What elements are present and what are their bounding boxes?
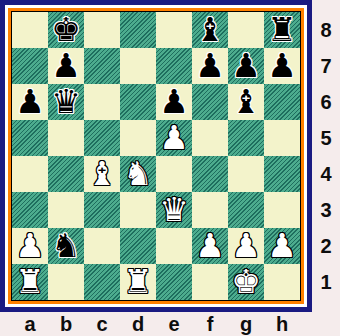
square-d7[interactable] bbox=[120, 48, 156, 84]
square-b5[interactable] bbox=[48, 120, 84, 156]
piece-white-knight-d4[interactable]: ♞ bbox=[123, 156, 153, 192]
piece-white-pawn-h2[interactable]: ♟ bbox=[267, 228, 297, 264]
piece-black-knight-b2[interactable]: ♞ bbox=[51, 228, 81, 264]
square-h8[interactable]: ♜ bbox=[264, 12, 300, 48]
square-f6[interactable] bbox=[192, 84, 228, 120]
piece-white-queen-e3[interactable]: ♛ bbox=[159, 192, 189, 228]
rank-coordinates: 87654321 bbox=[312, 12, 340, 300]
square-d5[interactable] bbox=[120, 120, 156, 156]
square-g5[interactable] bbox=[228, 120, 264, 156]
square-d4[interactable]: ♞ bbox=[120, 156, 156, 192]
square-a8[interactable] bbox=[12, 12, 48, 48]
square-c6[interactable] bbox=[84, 84, 120, 120]
square-g3[interactable] bbox=[228, 192, 264, 228]
piece-white-pawn-g2[interactable]: ♟ bbox=[231, 228, 261, 264]
square-a5[interactable] bbox=[12, 120, 48, 156]
chess-app-window: ♚♝♜♟♟♟♟♟♛♟♝♟♝♞♛♟♞♟♟♟♜♜♚ 87654321 abcdefg… bbox=[0, 0, 340, 336]
piece-black-bishop-g6[interactable]: ♝ bbox=[231, 84, 261, 120]
square-b2[interactable]: ♞ bbox=[48, 228, 84, 264]
board-frame-hairline: ♚♝♜♟♟♟♟♟♛♟♝♟♝♞♛♟♞♟♟♟♜♜♚ bbox=[11, 11, 301, 301]
board-frame-white: ♚♝♜♟♟♟♟♟♛♟♝♟♝♞♛♟♞♟♟♟♜♜♚ bbox=[5, 5, 307, 307]
piece-white-pawn-a2[interactable]: ♟ bbox=[15, 228, 45, 264]
piece-black-rook-h8[interactable]: ♜ bbox=[267, 12, 297, 48]
square-g6[interactable]: ♝ bbox=[228, 84, 264, 120]
file-label-c: c bbox=[84, 312, 120, 336]
square-b4[interactable] bbox=[48, 156, 84, 192]
rank-label-1: 1 bbox=[312, 264, 340, 300]
square-e7[interactable] bbox=[156, 48, 192, 84]
square-d8[interactable] bbox=[120, 12, 156, 48]
rank-label-4: 4 bbox=[312, 156, 340, 192]
file-coordinates: abcdefgh bbox=[12, 312, 300, 336]
square-c4[interactable]: ♝ bbox=[84, 156, 120, 192]
square-d6[interactable] bbox=[120, 84, 156, 120]
square-e8[interactable] bbox=[156, 12, 192, 48]
square-e6[interactable]: ♟ bbox=[156, 84, 192, 120]
square-d1[interactable]: ♜ bbox=[120, 264, 156, 300]
file-label-a: a bbox=[12, 312, 48, 336]
piece-white-pawn-e5[interactable]: ♟ bbox=[159, 120, 189, 156]
piece-white-king-g1[interactable]: ♚ bbox=[231, 264, 261, 300]
piece-black-queen-b6[interactable]: ♛ bbox=[51, 84, 81, 120]
square-c7[interactable] bbox=[84, 48, 120, 84]
square-f2[interactable]: ♟ bbox=[192, 228, 228, 264]
square-d3[interactable] bbox=[120, 192, 156, 228]
file-label-f: f bbox=[192, 312, 228, 336]
rank-label-2: 2 bbox=[312, 228, 340, 264]
square-h7[interactable]: ♟ bbox=[264, 48, 300, 84]
square-f7[interactable]: ♟ bbox=[192, 48, 228, 84]
square-g8[interactable] bbox=[228, 12, 264, 48]
square-g2[interactable]: ♟ bbox=[228, 228, 264, 264]
piece-black-pawn-b7[interactable]: ♟ bbox=[51, 48, 81, 84]
square-a1[interactable]: ♜ bbox=[12, 264, 48, 300]
file-label-d: d bbox=[120, 312, 156, 336]
piece-black-pawn-h7[interactable]: ♟ bbox=[267, 48, 297, 84]
square-e5[interactable]: ♟ bbox=[156, 120, 192, 156]
square-h2[interactable]: ♟ bbox=[264, 228, 300, 264]
square-h3[interactable] bbox=[264, 192, 300, 228]
square-b6[interactable]: ♛ bbox=[48, 84, 84, 120]
square-h4[interactable] bbox=[264, 156, 300, 192]
square-b3[interactable] bbox=[48, 192, 84, 228]
square-a7[interactable] bbox=[12, 48, 48, 84]
piece-white-rook-a1[interactable]: ♜ bbox=[15, 264, 45, 300]
chess-board: ♚♝♜♟♟♟♟♟♛♟♝♟♝♞♛♟♞♟♟♟♜♜♚ bbox=[12, 12, 300, 300]
rank-label-5: 5 bbox=[312, 120, 340, 156]
square-f5[interactable] bbox=[192, 120, 228, 156]
piece-black-pawn-g7[interactable]: ♟ bbox=[231, 48, 261, 84]
square-f1[interactable] bbox=[192, 264, 228, 300]
piece-black-pawn-e6[interactable]: ♟ bbox=[159, 84, 189, 120]
square-c5[interactable] bbox=[84, 120, 120, 156]
square-h5[interactable] bbox=[264, 120, 300, 156]
square-b8[interactable]: ♚ bbox=[48, 12, 84, 48]
square-c3[interactable] bbox=[84, 192, 120, 228]
square-e3[interactable]: ♛ bbox=[156, 192, 192, 228]
square-h6[interactable] bbox=[264, 84, 300, 120]
piece-white-pawn-f2[interactable]: ♟ bbox=[195, 228, 225, 264]
square-a3[interactable] bbox=[12, 192, 48, 228]
piece-black-pawn-a6[interactable]: ♟ bbox=[15, 84, 45, 120]
file-label-g: g bbox=[228, 312, 264, 336]
square-a2[interactable]: ♟ bbox=[12, 228, 48, 264]
square-h1[interactable] bbox=[264, 264, 300, 300]
square-a6[interactable]: ♟ bbox=[12, 84, 48, 120]
piece-black-bishop-f8[interactable]: ♝ bbox=[195, 12, 225, 48]
file-label-h: h bbox=[264, 312, 300, 336]
square-e1[interactable] bbox=[156, 264, 192, 300]
square-c8[interactable] bbox=[84, 12, 120, 48]
square-f3[interactable] bbox=[192, 192, 228, 228]
square-e2[interactable] bbox=[156, 228, 192, 264]
square-a4[interactable] bbox=[12, 156, 48, 192]
square-c2[interactable] bbox=[84, 228, 120, 264]
piece-black-pawn-f7[interactable]: ♟ bbox=[195, 48, 225, 84]
square-g4[interactable] bbox=[228, 156, 264, 192]
file-label-e: e bbox=[156, 312, 192, 336]
rank-label-7: 7 bbox=[312, 48, 340, 84]
board-frame-outer: ♚♝♜♟♟♟♟♟♛♟♝♟♝♞♛♟♞♟♟♟♜♜♚ bbox=[0, 0, 312, 312]
square-c1[interactable] bbox=[84, 264, 120, 300]
square-f8[interactable]: ♝ bbox=[192, 12, 228, 48]
square-f4[interactable] bbox=[192, 156, 228, 192]
square-g7[interactable]: ♟ bbox=[228, 48, 264, 84]
piece-white-rook-d1[interactable]: ♜ bbox=[123, 264, 153, 300]
square-d2[interactable] bbox=[120, 228, 156, 264]
piece-white-bishop-c4[interactable]: ♝ bbox=[87, 156, 117, 192]
rank-label-3: 3 bbox=[312, 192, 340, 228]
square-b1[interactable] bbox=[48, 264, 84, 300]
square-g1[interactable]: ♚ bbox=[228, 264, 264, 300]
piece-black-king-b8[interactable]: ♚ bbox=[51, 12, 81, 48]
file-label-b: b bbox=[48, 312, 84, 336]
rank-label-8: 8 bbox=[312, 12, 340, 48]
rank-label-6: 6 bbox=[312, 84, 340, 120]
board-frame-orange: ♚♝♜♟♟♟♟♟♛♟♝♟♝♞♛♟♞♟♟♟♜♜♚ bbox=[8, 8, 304, 304]
square-e4[interactable] bbox=[156, 156, 192, 192]
square-b7[interactable]: ♟ bbox=[48, 48, 84, 84]
